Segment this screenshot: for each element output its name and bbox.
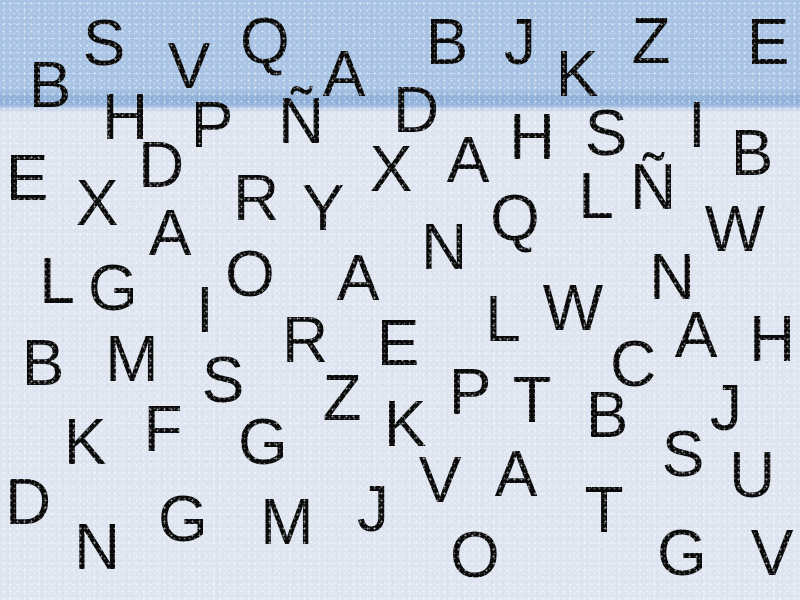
letter-S[interactable]: S [585, 101, 628, 165]
letter-L[interactable]: L [39, 249, 75, 313]
letter-E[interactable]: E [377, 311, 420, 375]
letter-A[interactable]: A [447, 128, 490, 192]
letter-X[interactable]: X [76, 171, 119, 235]
letter-Q[interactable]: Q [490, 186, 540, 250]
letter-G[interactable]: G [88, 256, 138, 320]
letter-I[interactable]: I [196, 278, 214, 342]
letter-D[interactable]: D [138, 133, 184, 197]
letter-V[interactable]: V [751, 521, 794, 585]
letter-S[interactable]: S [202, 348, 245, 412]
letter-A[interactable]: A [149, 201, 192, 265]
letter-S[interactable]: S [83, 11, 126, 75]
letter-G[interactable]: G [657, 521, 707, 585]
letter-D[interactable]: D [5, 470, 51, 534]
letter-Ñ[interactable]: Ñ [630, 155, 676, 219]
letter-K[interactable]: K [64, 410, 107, 474]
letter-O[interactable]: O [450, 523, 500, 587]
letter-H[interactable]: H [509, 105, 555, 169]
letter-T[interactable]: T [512, 368, 551, 432]
letter-T[interactable]: T [584, 478, 623, 542]
letter-E[interactable]: E [6, 146, 49, 210]
letter-R[interactable]: R [282, 308, 328, 372]
letter-G[interactable]: G [158, 487, 208, 551]
letter-E[interactable]: E [747, 10, 790, 74]
letter-Z[interactable]: Z [322, 366, 361, 430]
letter-U[interactable]: U [729, 443, 775, 507]
letter-J[interactable]: J [710, 376, 742, 440]
letter-J[interactable]: J [504, 10, 536, 74]
letter-A[interactable]: A [337, 246, 380, 310]
letter-J[interactable]: J [357, 477, 389, 541]
letter-F[interactable]: F [143, 397, 182, 461]
letter-A[interactable]: A [675, 303, 718, 367]
letter-Ñ[interactable]: Ñ [278, 89, 324, 153]
letter-M[interactable]: M [260, 490, 313, 554]
letter-A[interactable]: A [495, 442, 538, 506]
letter-L[interactable]: L [485, 287, 521, 351]
letter-L[interactable]: L [578, 164, 614, 228]
letter-N[interactable]: N [74, 515, 120, 579]
letter-P[interactable]: P [449, 360, 492, 424]
letter-B[interactable]: B [22, 331, 65, 395]
letter-H[interactable]: H [749, 307, 795, 371]
letter-Y[interactable]: Y [302, 176, 345, 240]
letter-R[interactable]: R [233, 166, 279, 230]
letter-X[interactable]: X [370, 137, 413, 201]
letter-Z[interactable]: Z [631, 9, 670, 73]
letter-B[interactable]: B [731, 121, 774, 185]
letter-I[interactable]: I [688, 93, 706, 157]
scattered-letters-layer: BSVQABJKZEHPÑDHSIBEXDARYXAQLÑWLGOANNIREL… [0, 0, 800, 600]
letter-W[interactable]: W [543, 276, 603, 340]
letter-W[interactable]: W [705, 197, 765, 261]
letter-S[interactable]: S [662, 422, 705, 486]
letter-C[interactable]: C [610, 332, 656, 396]
letter-G[interactable]: G [238, 410, 288, 474]
letter-P[interactable]: P [191, 93, 234, 157]
letter-N[interactable]: N [421, 215, 467, 279]
letter-A[interactable]: A [323, 42, 366, 106]
letter-V[interactable]: V [419, 448, 462, 512]
letter-B[interactable]: B [29, 53, 72, 117]
letter-board: BSVQABJKZEHPÑDHSIBEXDARYXAQLÑWLGOANNIREL… [0, 0, 800, 600]
letter-Q[interactable]: Q [240, 9, 290, 73]
letter-M[interactable]: M [105, 327, 158, 391]
letter-O[interactable]: O [225, 242, 275, 306]
letter-B[interactable]: B [426, 10, 469, 74]
